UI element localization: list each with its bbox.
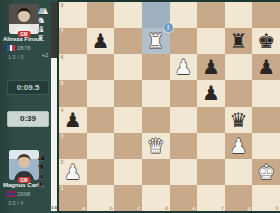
- square-g2[interactable]: [225, 159, 253, 185]
- square-e2[interactable]: [170, 159, 198, 185]
- square-c6[interactable]: [114, 54, 142, 80]
- square-d3[interactable]: ♛: [142, 133, 170, 159]
- square-f1[interactable]: f: [197, 185, 225, 211]
- square-c8[interactable]: [114, 2, 142, 28]
- black-pawn-f5[interactable]: ♟: [197, 80, 225, 106]
- top-player-clock: 0:09.5: [7, 80, 49, 95]
- square-f8[interactable]: [197, 2, 225, 28]
- square-d4[interactable]: [142, 107, 170, 133]
- captured-r-group: ♜: [37, 31, 50, 40]
- rank-label-7: 7: [61, 28, 64, 34]
- file-label-h: h: [275, 205, 278, 211]
- square-b7[interactable]: ♟: [87, 28, 115, 54]
- chess-board[interactable]: 87♟♜!♜♚6♟♟♟5♟4♟♛3♛♟2♟♚1abcdefgh: [57, 0, 280, 213]
- file-label-a: a: [82, 205, 85, 211]
- captured-p-group: ♟♟♟♟♟: [37, 4, 50, 13]
- square-f3[interactable]: [197, 133, 225, 159]
- square-d7[interactable]: ♜!: [142, 28, 170, 54]
- file-label-e: e: [193, 205, 196, 211]
- black-queen-g4[interactable]: ♛: [225, 107, 253, 133]
- bottom-player-captured-pieces: ♟♟♟♞♞♝♝♜: [37, 150, 50, 186]
- square-f4[interactable]: [197, 107, 225, 133]
- square-e4[interactable]: [170, 107, 198, 133]
- square-f2[interactable]: [197, 159, 225, 185]
- top-player-material-advantage: +2: [42, 52, 48, 58]
- square-d1[interactable]: d: [142, 185, 170, 211]
- square-f7[interactable]: [197, 28, 225, 54]
- top-player-captured-pieces: ♟♟♟♟♟♞♞♝♝♜: [37, 4, 50, 40]
- black-king-h7[interactable]: ♚: [252, 28, 280, 54]
- square-a6[interactable]: 6: [59, 54, 87, 80]
- file-label-d: d: [165, 205, 168, 211]
- square-a8[interactable]: 8: [59, 2, 87, 28]
- top-player-rating-row: 2878: [7, 45, 30, 51]
- bottom-player-clock: 0:39: [7, 111, 49, 127]
- square-d5[interactable]: [142, 80, 170, 106]
- square-h1[interactable]: h: [252, 185, 280, 211]
- square-h8[interactable]: [252, 2, 280, 28]
- square-b4[interactable]: [87, 107, 115, 133]
- players-sidebar: GM Alireza Firou... 2878 1.5 / 3 ♟♟♟♟♟♞♞…: [0, 0, 51, 213]
- player-card-top: GM Alireza Firou... 2878 1.5 / 3 ♟♟♟♟♟♞♞…: [0, 2, 51, 78]
- captured-p-group: ♟♟♟: [37, 150, 50, 159]
- captured-b-group: ♝♝: [37, 168, 50, 177]
- square-g7[interactable]: ♜: [225, 28, 253, 54]
- bottom-player-score: 3.5 / 4: [8, 200, 23, 206]
- norway-flag-icon: [7, 191, 15, 197]
- rank-label-3: 3: [61, 133, 64, 139]
- square-g3[interactable]: ♟: [225, 133, 253, 159]
- square-g8[interactable]: [225, 2, 253, 28]
- square-c2[interactable]: [114, 159, 142, 185]
- square-g4[interactable]: ♛: [225, 107, 253, 133]
- square-c4[interactable]: [114, 107, 142, 133]
- black-rook-g7[interactable]: ♜: [225, 28, 253, 54]
- square-h6[interactable]: ♟: [252, 54, 280, 80]
- square-a7[interactable]: 7: [59, 28, 87, 54]
- square-h3[interactable]: [252, 133, 280, 159]
- white-pawn-g3[interactable]: ♟: [225, 133, 253, 159]
- square-h5[interactable]: [252, 80, 280, 106]
- rank-label-1: 1: [61, 185, 64, 191]
- black-pawn-h6[interactable]: ♟: [252, 54, 280, 80]
- square-a4[interactable]: 4♟: [59, 107, 87, 133]
- square-g1[interactable]: g: [225, 185, 253, 211]
- square-f5[interactable]: ♟: [197, 80, 225, 106]
- square-c1[interactable]: c: [114, 185, 142, 211]
- square-e1[interactable]: e: [170, 185, 198, 211]
- great-move-badge: !: [164, 23, 173, 32]
- bottom-player-avatar[interactable]: GM: [9, 150, 39, 180]
- square-e7[interactable]: [170, 28, 198, 54]
- square-d6[interactable]: [142, 54, 170, 80]
- rank-label-8: 8: [61, 2, 64, 8]
- square-a2[interactable]: 2♟: [59, 159, 87, 185]
- top-player-avatar[interactable]: GM: [9, 4, 39, 34]
- black-pawn-f6[interactable]: ♟: [197, 54, 225, 80]
- square-h2[interactable]: ♚: [252, 159, 280, 185]
- captured-n-group: ♞♞: [37, 159, 50, 168]
- square-c3[interactable]: [114, 133, 142, 159]
- square-c5[interactable]: [114, 80, 142, 106]
- square-b5[interactable]: [87, 80, 115, 106]
- square-f6[interactable]: ♟: [197, 54, 225, 80]
- bottom-player-rating: 2998: [17, 191, 30, 197]
- square-b2[interactable]: [87, 159, 115, 185]
- square-h7[interactable]: ♚: [252, 28, 280, 54]
- captured-b-group: ♝♝: [37, 22, 50, 31]
- white-queen-d3[interactable]: ♛: [142, 133, 170, 159]
- white-pawn-e6[interactable]: ♟: [170, 54, 198, 80]
- square-a3[interactable]: 3: [59, 133, 87, 159]
- rank-label-6: 6: [61, 54, 64, 60]
- white-rook-d7[interactable]: ♜: [142, 28, 170, 54]
- bottom-player-rating-row: 2998: [7, 191, 30, 197]
- square-e8[interactable]: [170, 2, 198, 28]
- square-c7[interactable]: [114, 28, 142, 54]
- square-g6[interactable]: [225, 54, 253, 80]
- top-player-score: 1.5 / 3: [8, 54, 23, 60]
- rank-label-4: 4: [61, 107, 64, 113]
- square-g5[interactable]: [225, 80, 253, 106]
- square-a5[interactable]: 5: [59, 80, 87, 106]
- square-a1[interactable]: 1a: [59, 185, 87, 211]
- square-b3[interactable]: [87, 133, 115, 159]
- chess-broadcast-window: GM Alireza Firou... 2878 1.5 / 3 ♟♟♟♟♟♞♞…: [0, 0, 280, 213]
- square-b8[interactable]: [87, 2, 115, 28]
- square-e6[interactable]: ♟: [170, 54, 198, 80]
- square-d2[interactable]: [142, 159, 170, 185]
- top-player-photo: [9, 4, 39, 34]
- board-grid: 87♟♜!♜♚6♟♟♟5♟4♟♛3♛♟2♟♚1abcdefgh: [59, 2, 280, 211]
- square-b1[interactable]: b: [87, 185, 115, 211]
- player-card-bottom: GM Magnus Carl... 2998 3.5 / 4 ♟♟♟♞♞♝♝♜: [0, 148, 51, 213]
- square-e3[interactable]: [170, 133, 198, 159]
- rank-label-2: 2: [61, 159, 64, 165]
- captured-r-group: ♜: [37, 177, 50, 186]
- square-h4[interactable]: [252, 107, 280, 133]
- white-king-h2[interactable]: ♚: [252, 159, 280, 185]
- file-label-b: b: [109, 205, 112, 211]
- file-label-f: f: [221, 205, 223, 211]
- top-player-rating: 2878: [17, 45, 30, 51]
- file-label-c: c: [137, 205, 140, 211]
- square-b6[interactable]: [87, 54, 115, 80]
- bottom-player-photo: [9, 150, 39, 180]
- black-pawn-b7[interactable]: ♟: [87, 28, 115, 54]
- rank-label-5: 5: [61, 80, 64, 86]
- file-label-g: g: [248, 205, 251, 211]
- square-e5[interactable]: [170, 80, 198, 106]
- france-flag-icon: [7, 45, 15, 51]
